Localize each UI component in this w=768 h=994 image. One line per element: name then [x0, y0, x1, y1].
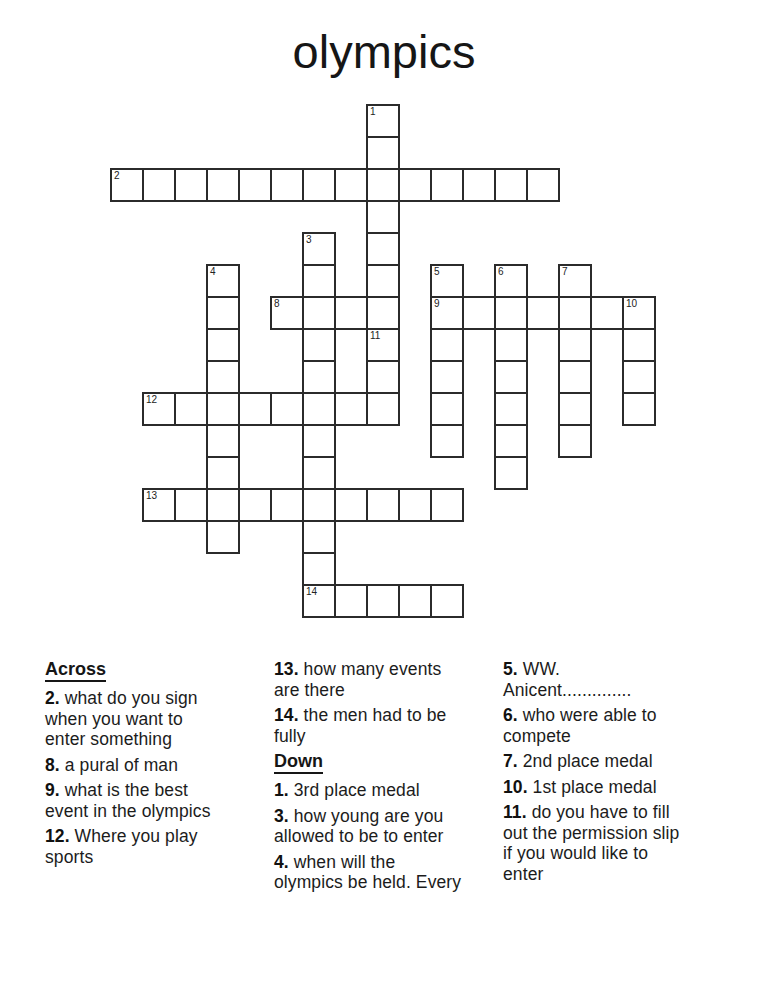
- grid-cell-r13c3[interactable]: [206, 520, 240, 554]
- clue-text: how many events are there: [274, 659, 441, 700]
- clue-number: 12.: [45, 826, 70, 846]
- grid-cell-r9c12[interactable]: [494, 392, 528, 426]
- grid-cell-r10c12[interactable]: [494, 424, 528, 458]
- grid-cell-r8c6[interactable]: [302, 360, 336, 394]
- grid-cell-r8c10[interactable]: [430, 360, 464, 394]
- grid-cell-r5c3[interactable]: 4: [206, 264, 240, 298]
- grid-cell-r8c14[interactable]: [558, 360, 592, 394]
- grid-cell-r2c3[interactable]: [206, 168, 240, 202]
- grid-cell-r6c5[interactable]: 8: [270, 296, 304, 330]
- grid-cell-r13c6[interactable]: [302, 520, 336, 554]
- clue-number: 2.: [45, 688, 60, 708]
- clue-number: 11.: [503, 802, 527, 822]
- clue-text: what is the best event in the olympics: [45, 780, 211, 821]
- grid-cell-r7c10[interactable]: [430, 328, 464, 362]
- grid-cell-r9c6[interactable]: [302, 392, 336, 426]
- clue-number: 7.: [503, 751, 518, 771]
- grid-cell-r9c4[interactable]: [238, 392, 272, 426]
- grid-cell-r2c13[interactable]: [526, 168, 560, 202]
- cell-number: 4: [210, 266, 216, 277]
- clue-number: 8.: [45, 755, 60, 775]
- cell-number: 8: [274, 298, 280, 309]
- cell-number: 11: [370, 330, 380, 341]
- grid-cell-r12c10[interactable]: [430, 488, 464, 522]
- cell-number: 5: [434, 266, 440, 277]
- clue-text: who were able to compete: [503, 705, 657, 746]
- grid-cell-r11c3[interactable]: [206, 456, 240, 490]
- clue-down-5: 5. WW. Anicent..............: [503, 659, 717, 700]
- clue-down-6: 6. who were able to compete: [503, 705, 717, 746]
- grid-cell-r2c0[interactable]: 2: [110, 168, 144, 202]
- grid-cell-r6c12[interactable]: [494, 296, 528, 330]
- grid-cell-r6c3[interactable]: [206, 296, 240, 330]
- grid-cell-r12c1[interactable]: 13: [142, 488, 176, 522]
- cell-number: 12: [146, 394, 157, 405]
- grid-cell-r9c1[interactable]: 12: [142, 392, 176, 426]
- page: olympics 1234567891011121314 Across2. wh…: [0, 0, 768, 994]
- grid-cell-r15c6[interactable]: 14: [302, 584, 336, 618]
- grid-cell-r7c12[interactable]: [494, 328, 528, 362]
- grid-cell-r2c1[interactable]: [142, 168, 176, 202]
- grid-cell-r6c8[interactable]: [366, 296, 400, 330]
- grid-cell-r12c6[interactable]: [302, 488, 336, 522]
- clue-down-7: 7. 2nd place medal: [503, 751, 717, 772]
- grid-cell-r8c16[interactable]: [622, 360, 656, 394]
- cell-number: 2: [114, 170, 120, 181]
- grid-cell-r9c10[interactable]: [430, 392, 464, 426]
- grid-cell-r6c6[interactable]: [302, 296, 336, 330]
- clue-across-9: 9. what is the best event in the olympic…: [45, 780, 259, 821]
- grid-cell-r12c7[interactable]: [334, 488, 368, 522]
- grid-cell-r10c6[interactable]: [302, 424, 336, 458]
- grid-cell-r7c3[interactable]: [206, 328, 240, 362]
- grid-cell-r2c8[interactable]: [366, 168, 400, 202]
- clue-across-14: 14. the men had to be fully: [274, 705, 488, 746]
- down-header: Down: [274, 751, 488, 774]
- grid-cell-r4c8[interactable]: [366, 232, 400, 266]
- grid-cell-r5c8[interactable]: [366, 264, 400, 298]
- grid-cell-r9c16[interactable]: [622, 392, 656, 426]
- clue-text: WW. Anicent..............: [503, 659, 632, 700]
- grid-cell-r12c5[interactable]: [270, 488, 304, 522]
- clue-number: 6.: [503, 705, 518, 725]
- clue-down-10: 10. 1st place medal: [503, 777, 717, 798]
- clue-number: 3.: [274, 806, 289, 826]
- grid-cell-r7c8[interactable]: 11: [366, 328, 400, 362]
- cell-number: 3: [306, 234, 312, 245]
- cell-number: 1: [370, 106, 376, 117]
- clue-text: a pural of man: [60, 755, 178, 775]
- grid-cell-r6c13[interactable]: [526, 296, 560, 330]
- grid-cell-r15c8[interactable]: [366, 584, 400, 618]
- grid-cell-r12c9[interactable]: [398, 488, 432, 522]
- clue-number: 5.: [503, 659, 518, 679]
- clue-text: when will the olympics be held. Every: [274, 852, 461, 893]
- cell-number: 10: [626, 298, 637, 309]
- grid-cell-r6c10[interactable]: 9: [430, 296, 464, 330]
- grid-cell-r6c7[interactable]: [334, 296, 368, 330]
- clue-number: 4.: [274, 852, 289, 872]
- clue-text: 2nd place medal: [518, 751, 653, 771]
- grid-cell-r1c8[interactable]: [366, 136, 400, 170]
- cell-number: 13: [146, 490, 157, 501]
- grid-cell-r3c8[interactable]: [366, 200, 400, 234]
- grid-cell-r2c6[interactable]: [302, 168, 336, 202]
- clue-down-3: 3. how young are you allowed to be to en…: [274, 806, 488, 847]
- grid-cell-r7c6[interactable]: [302, 328, 336, 362]
- grid-cell-r0c8[interactable]: 1: [366, 104, 400, 138]
- grid-cell-r12c3[interactable]: [206, 488, 240, 522]
- grid-cell-r7c16[interactable]: [622, 328, 656, 362]
- grid-cell-r2c9[interactable]: [398, 168, 432, 202]
- grid-cell-r7c14[interactable]: [558, 328, 592, 362]
- puzzle-title: olympics: [0, 26, 768, 78]
- clue-column-3: 5. WW. Anicent..............6. who were …: [503, 659, 717, 898]
- grid-cell-r10c14[interactable]: [558, 424, 592, 458]
- grid-cell-r2c7[interactable]: [334, 168, 368, 202]
- grid-cell-r15c9[interactable]: [398, 584, 432, 618]
- grid-cell-r15c7[interactable]: [334, 584, 368, 618]
- grid-cell-r2c12[interactable]: [494, 168, 528, 202]
- clue-down-1: 1. 3rd place medal: [274, 780, 488, 801]
- clue-number: 10.: [503, 777, 528, 797]
- grid-cell-r9c3[interactable]: [206, 392, 240, 426]
- grid-cell-r9c2[interactable]: [174, 392, 208, 426]
- clue-number: 13.: [274, 659, 299, 679]
- grid-cell-r14c6[interactable]: [302, 552, 336, 586]
- clue-across-2: 2. what do you sign when you want to ent…: [45, 688, 259, 750]
- grid-cell-r2c2[interactable]: [174, 168, 208, 202]
- grid-cell-r8c12[interactable]: [494, 360, 528, 394]
- grid-cell-r2c10[interactable]: [430, 168, 464, 202]
- grid-cell-r8c8[interactable]: [366, 360, 400, 394]
- clue-across-12: 12. Where you play sports: [45, 826, 259, 867]
- grid-cell-r10c10[interactable]: [430, 424, 464, 458]
- grid-cell-r5c14[interactable]: 7: [558, 264, 592, 298]
- cell-number: 7: [562, 266, 568, 277]
- crossword-grid: 1234567891011121314: [110, 104, 656, 618]
- grid-cell-r9c14[interactable]: [558, 392, 592, 426]
- clue-text: do you have to fill out the permission s…: [503, 802, 679, 884]
- grid-cell-r12c2[interactable]: [174, 488, 208, 522]
- grid-cell-r12c8[interactable]: [366, 488, 400, 522]
- grid-cell-r9c8[interactable]: [366, 392, 400, 426]
- clue-text: the men had to be fully: [274, 705, 446, 746]
- grid-cell-r5c10[interactable]: 5: [430, 264, 464, 298]
- clue-text: 1st place medal: [528, 777, 657, 797]
- grid-cell-r5c6[interactable]: [302, 264, 336, 298]
- grid-cell-r2c11[interactable]: [462, 168, 496, 202]
- grid-cell-r8c3[interactable]: [206, 360, 240, 394]
- grid-cell-r2c5[interactable]: [270, 168, 304, 202]
- grid-cell-r9c5[interactable]: [270, 392, 304, 426]
- clue-down-11: 11. do you have to fill out the permissi…: [503, 802, 717, 884]
- cell-number: 6: [498, 266, 504, 277]
- clue-text: how young are you allowed to be to enter: [274, 806, 444, 847]
- clue-number: 1.: [274, 780, 289, 800]
- clues-section: Across2. what do you sign when you want …: [45, 659, 717, 898]
- cell-number: 9: [434, 298, 440, 309]
- clue-number: 9.: [45, 780, 60, 800]
- grid-cell-r4c6[interactable]: 3: [302, 232, 336, 266]
- grid-cell-r9c7[interactable]: [334, 392, 368, 426]
- grid-cell-r15c10[interactable]: [430, 584, 464, 618]
- grid-cell-r6c14[interactable]: [558, 296, 592, 330]
- clue-column-2: 13. how many events are there14. the men…: [274, 659, 488, 898]
- clue-across-13: 13. how many events are there: [274, 659, 488, 700]
- grid-cell-r6c11[interactable]: [462, 296, 496, 330]
- grid-cell-r5c12[interactable]: 6: [494, 264, 528, 298]
- cell-number: 14: [306, 586, 317, 597]
- grid-cell-r6c15[interactable]: [590, 296, 624, 330]
- clue-text: what do you sign when you want to enter …: [45, 688, 198, 749]
- clue-across-8: 8. a pural of man: [45, 755, 259, 776]
- grid-cell-r11c6[interactable]: [302, 456, 336, 490]
- grid-cell-r2c4[interactable]: [238, 168, 272, 202]
- grid-cell-r12c4[interactable]: [238, 488, 272, 522]
- grid-cell-r10c3[interactable]: [206, 424, 240, 458]
- grid-cell-r6c16[interactable]: 10: [622, 296, 656, 330]
- grid-cell-r11c12[interactable]: [494, 456, 528, 490]
- clue-text: 3rd place medal: [289, 780, 420, 800]
- clue-number: 14.: [274, 705, 299, 725]
- clue-down-4: 4. when will the olympics be held. Every: [274, 852, 488, 893]
- clue-column-1: Across2. what do you sign when you want …: [45, 659, 259, 898]
- across-header: Across: [45, 659, 259, 682]
